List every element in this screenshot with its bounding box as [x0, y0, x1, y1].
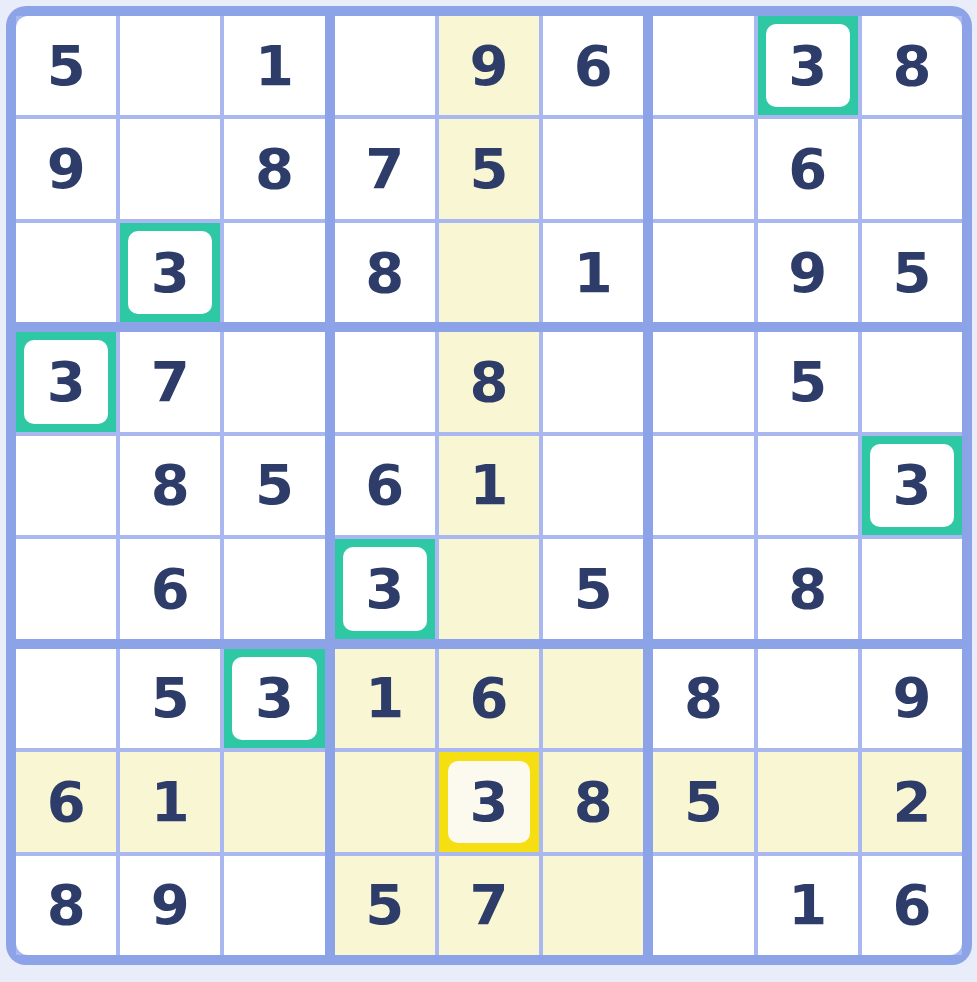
- cell-value: 3: [232, 657, 316, 740]
- cell-r4c9[interactable]: [862, 332, 962, 431]
- cell-r3c8[interactable]: 9: [758, 223, 858, 322]
- cell-value: 1: [151, 774, 190, 830]
- cell-r3c4[interactable]: 8: [335, 223, 435, 322]
- cell-r3c3[interactable]: [224, 223, 324, 322]
- cell-value: 9: [470, 38, 509, 94]
- cell-r4c1[interactable]: 3: [16, 332, 116, 431]
- cell-r1c2[interactable]: [120, 16, 220, 115]
- cell-r4c4[interactable]: [335, 332, 435, 431]
- box-3: 38695: [653, 16, 962, 322]
- cell-value: 9: [892, 670, 931, 726]
- page-background: { "game": "sudoku", "position": "5010960…: [0, 0, 977, 982]
- cell-r7c9[interactable]: 9: [862, 649, 962, 748]
- cell-r1c4[interactable]: [335, 16, 435, 115]
- cell-r4c3[interactable]: [224, 332, 324, 431]
- cell-value: 8: [574, 774, 613, 830]
- cell-r8c3[interactable]: [224, 752, 324, 851]
- cell-value: 1: [574, 245, 613, 301]
- cell-value: 5: [788, 354, 827, 410]
- cell-value: 5: [684, 774, 723, 830]
- cell-value: 5: [365, 877, 404, 933]
- cell-r6c5[interactable]: [439, 539, 539, 638]
- cell-value: 6: [788, 141, 827, 197]
- cell-r7c6[interactable]: [543, 649, 643, 748]
- cell-r2c9[interactable]: [862, 119, 962, 218]
- sudoku-board: 51983 967581 38695 37856 86135 538 53618…: [6, 6, 972, 965]
- cell-r9c5[interactable]: 7: [439, 856, 539, 955]
- cell-r1c5[interactable]: 9: [439, 16, 539, 115]
- box-1: 51983: [16, 16, 325, 322]
- cell-value: 7: [470, 877, 509, 933]
- cell-r1c6[interactable]: 6: [543, 16, 643, 115]
- cell-value: 3: [870, 444, 954, 527]
- cell-value: 8: [788, 561, 827, 617]
- cell-r5c7[interactable]: [653, 436, 753, 535]
- cell-r4c7[interactable]: [653, 332, 753, 431]
- cell-value: 7: [151, 354, 190, 410]
- cell-value: 5: [255, 457, 294, 513]
- cell-r8c2[interactable]: 1: [120, 752, 220, 851]
- cell-r9c4[interactable]: 5: [335, 856, 435, 955]
- cell-r9c6[interactable]: [543, 856, 643, 955]
- cell-value: 3: [343, 547, 427, 630]
- cell-value: 5: [470, 141, 509, 197]
- cell-r9c3[interactable]: [224, 856, 324, 955]
- cell-r8c8[interactable]: [758, 752, 858, 851]
- cell-r6c8[interactable]: 8: [758, 539, 858, 638]
- box-2: 967581: [335, 16, 644, 322]
- cell-r2c1[interactable]: 9: [16, 119, 116, 218]
- box-9: 895216: [653, 649, 962, 955]
- cell-r7c3[interactable]: 3: [224, 649, 324, 748]
- cell-r9c7[interactable]: [653, 856, 753, 955]
- cell-r6c7[interactable]: [653, 539, 753, 638]
- cell-r2c7[interactable]: [653, 119, 753, 218]
- cell-r3c1[interactable]: [16, 223, 116, 322]
- cell-r6c3[interactable]: [224, 539, 324, 638]
- cell-r8c4[interactable]: [335, 752, 435, 851]
- cell-r6c9[interactable]: [862, 539, 962, 638]
- cell-r7c4[interactable]: 1: [335, 649, 435, 748]
- cell-r7c8[interactable]: [758, 649, 858, 748]
- cell-r2c4[interactable]: 7: [335, 119, 435, 218]
- cell-r1c9[interactable]: 8: [862, 16, 962, 115]
- cell-r5c3[interactable]: 5: [224, 436, 324, 535]
- cell-r4c5[interactable]: 8: [439, 332, 539, 431]
- cell-value: 8: [684, 670, 723, 726]
- cell-value: 3: [128, 231, 212, 314]
- cell-r3c7[interactable]: [653, 223, 753, 322]
- cell-r8c7[interactable]: 5: [653, 752, 753, 851]
- cell-value: 3: [448, 761, 530, 842]
- cell-r7c5[interactable]: 6: [439, 649, 539, 748]
- cell-value: 3: [766, 24, 850, 107]
- cell-r5c2[interactable]: 8: [120, 436, 220, 535]
- box-grid: 51983 967581 38695 37856 86135 538 53618…: [16, 16, 962, 955]
- cell-r8c6[interactable]: 8: [543, 752, 643, 851]
- cell-value: 1: [365, 670, 404, 726]
- cell-r4c6[interactable]: [543, 332, 643, 431]
- cell-r3c6[interactable]: 1: [543, 223, 643, 322]
- cell-value: 7: [365, 141, 404, 197]
- cell-r5c8[interactable]: [758, 436, 858, 535]
- cell-r7c1[interactable]: [16, 649, 116, 748]
- cell-r5c9[interactable]: 3: [862, 436, 962, 535]
- cell-r8c5[interactable]: 3: [439, 752, 539, 851]
- cell-value: 6: [574, 38, 613, 94]
- cell-value: 3: [24, 340, 108, 423]
- cell-r5c5[interactable]: 1: [439, 436, 539, 535]
- cell-r3c5[interactable]: [439, 223, 539, 322]
- cell-r3c2[interactable]: 3: [120, 223, 220, 322]
- cell-value: 8: [365, 245, 404, 301]
- cell-value: 9: [47, 141, 86, 197]
- cell-r2c6[interactable]: [543, 119, 643, 218]
- cell-r1c3[interactable]: 1: [224, 16, 324, 115]
- cell-value: 5: [574, 561, 613, 617]
- box-5: 86135: [335, 332, 644, 638]
- cell-r1c1[interactable]: 5: [16, 16, 116, 115]
- cell-value: 5: [47, 38, 86, 94]
- cell-r6c1[interactable]: [16, 539, 116, 638]
- cell-r9c1[interactable]: 8: [16, 856, 116, 955]
- cell-r6c6[interactable]: 5: [543, 539, 643, 638]
- box-6: 538: [653, 332, 962, 638]
- cell-r5c4[interactable]: 6: [335, 436, 435, 535]
- cell-value: 9: [788, 245, 827, 301]
- cell-value: 2: [892, 774, 931, 830]
- cell-value: 6: [892, 877, 931, 933]
- cell-value: 6: [47, 774, 86, 830]
- cell-value: 5: [892, 245, 931, 301]
- cell-r9c8[interactable]: 1: [758, 856, 858, 955]
- box-7: 536189: [16, 649, 325, 955]
- cell-r8c1[interactable]: 6: [16, 752, 116, 851]
- cell-r4c2[interactable]: 7: [120, 332, 220, 431]
- cell-r4c8[interactable]: 5: [758, 332, 858, 431]
- cell-value: 6: [470, 670, 509, 726]
- cell-r2c3[interactable]: 8: [224, 119, 324, 218]
- box-8: 163857: [335, 649, 644, 955]
- cell-value: 8: [892, 38, 931, 94]
- cell-r8c9[interactable]: 2: [862, 752, 962, 851]
- cell-r2c8[interactable]: 6: [758, 119, 858, 218]
- cell-r3c9[interactable]: 5: [862, 223, 962, 322]
- cell-r7c7[interactable]: 8: [653, 649, 753, 748]
- cell-r6c2[interactable]: 6: [120, 539, 220, 638]
- cell-value: 6: [365, 457, 404, 513]
- cell-r5c1[interactable]: [16, 436, 116, 535]
- cell-value: 5: [151, 670, 190, 726]
- cell-value: 8: [470, 354, 509, 410]
- cell-r2c5[interactable]: 5: [439, 119, 539, 218]
- cell-r5c6[interactable]: [543, 436, 643, 535]
- box-4: 37856: [16, 332, 325, 638]
- cell-r7c2[interactable]: 5: [120, 649, 220, 748]
- cell-value: 8: [47, 877, 86, 933]
- cell-r1c8[interactable]: 3: [758, 16, 858, 115]
- cell-value: 8: [151, 457, 190, 513]
- cell-r6c4[interactable]: 3: [335, 539, 435, 638]
- cell-value: 6: [151, 561, 190, 617]
- cell-value: 8: [255, 141, 294, 197]
- cell-value: 1: [788, 877, 827, 933]
- cell-value: 1: [470, 457, 509, 513]
- cell-value: 9: [151, 877, 190, 933]
- cell-r9c9[interactable]: 6: [862, 856, 962, 955]
- cell-r9c2[interactable]: 9: [120, 856, 220, 955]
- cell-r2c2[interactable]: [120, 119, 220, 218]
- cell-r1c7[interactable]: [653, 16, 753, 115]
- cell-value: 1: [255, 38, 294, 94]
